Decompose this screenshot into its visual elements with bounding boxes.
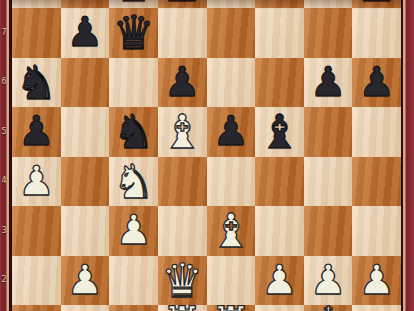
square-e5[interactable]: ♟ (207, 107, 256, 157)
white-king[interactable]: ♚ (304, 305, 353, 311)
black-pawn[interactable]: ♟ (61, 8, 110, 57)
white-pawn[interactable]: ♟ (12, 157, 61, 206)
black-rook[interactable]: ♜ (352, 0, 401, 8)
square-d1[interactable]: ♜ (158, 305, 207, 311)
square-a7[interactable] (12, 8, 61, 58)
white-rook[interactable]: ♜ (207, 305, 256, 311)
board-right-border (401, 0, 414, 311)
square-f2[interactable]: ♟ (255, 256, 304, 306)
square-b6[interactable] (61, 58, 110, 108)
white-queen[interactable]: ♛ (158, 256, 207, 305)
square-d6[interactable]: ♟ (158, 58, 207, 108)
rank-label-6: 6 (0, 77, 8, 87)
square-c8[interactable]: ♚ (109, 0, 158, 8)
chess-board-screenshot: ♚♜♜♟♛♞♟♟♟♟♞♝♟♝♟♞♟♝♟♛♟♟♟♜♜♚ 765432 (0, 0, 414, 311)
black-knight[interactable]: ♞ (109, 107, 158, 156)
rank-label-3: 3 (0, 226, 8, 236)
square-c2[interactable] (109, 256, 158, 306)
square-e1[interactable]: ♜ (207, 305, 256, 311)
white-pawn[interactable]: ♟ (255, 256, 304, 305)
square-h7[interactable] (352, 8, 401, 58)
square-g1[interactable]: ♚ (304, 305, 353, 311)
square-a5[interactable]: ♟ (12, 107, 61, 157)
square-f6[interactable] (255, 58, 304, 108)
square-h8[interactable]: ♜ (352, 0, 401, 8)
square-f1[interactable] (255, 305, 304, 311)
square-f8[interactable] (255, 0, 304, 8)
rank-label-7: 7 (0, 28, 8, 38)
square-b1[interactable] (61, 305, 110, 311)
white-pawn[interactable]: ♟ (109, 206, 158, 255)
black-knight[interactable]: ♞ (12, 58, 61, 107)
square-b4[interactable] (61, 157, 110, 207)
white-pawn[interactable]: ♟ (352, 256, 401, 305)
square-e3[interactable]: ♝ (207, 206, 256, 256)
black-pawn[interactable]: ♟ (207, 107, 256, 156)
square-c7[interactable]: ♛ (109, 8, 158, 58)
square-a8[interactable] (12, 0, 61, 8)
chess-board: ♚♜♜♟♛♞♟♟♟♟♞♝♟♝♟♞♟♝♟♛♟♟♟♜♜♚ (12, 0, 401, 311)
square-b2[interactable]: ♟ (61, 256, 110, 306)
rank-label-5: 5 (0, 127, 8, 137)
square-h6[interactable]: ♟ (352, 58, 401, 108)
square-h2[interactable]: ♟ (352, 256, 401, 306)
square-e4[interactable] (207, 157, 256, 207)
square-h4[interactable] (352, 157, 401, 207)
black-pawn[interactable]: ♟ (352, 58, 401, 107)
square-c4[interactable]: ♞ (109, 157, 158, 207)
white-bishop[interactable]: ♝ (207, 206, 256, 255)
square-c5[interactable]: ♞ (109, 107, 158, 157)
square-b5[interactable] (61, 107, 110, 157)
black-king[interactable]: ♚ (109, 0, 158, 8)
square-g4[interactable] (304, 157, 353, 207)
white-pawn[interactable]: ♟ (61, 256, 110, 305)
square-a4[interactable]: ♟ (12, 157, 61, 207)
square-e6[interactable] (207, 58, 256, 108)
square-g6[interactable]: ♟ (304, 58, 353, 108)
white-pawn[interactable]: ♟ (304, 256, 353, 305)
square-g8[interactable] (304, 0, 353, 8)
black-pawn[interactable]: ♟ (158, 58, 207, 107)
black-queen[interactable]: ♛ (109, 8, 158, 57)
square-f4[interactable] (255, 157, 304, 207)
square-f3[interactable] (255, 206, 304, 256)
square-c1[interactable] (109, 305, 158, 311)
square-b8[interactable] (61, 0, 110, 8)
square-a1[interactable] (12, 305, 61, 311)
square-f7[interactable] (255, 8, 304, 58)
square-d3[interactable] (158, 206, 207, 256)
square-g3[interactable] (304, 206, 353, 256)
square-h5[interactable] (352, 107, 401, 157)
black-pawn[interactable]: ♟ (304, 58, 353, 107)
square-e7[interactable] (207, 8, 256, 58)
black-rook[interactable]: ♜ (158, 0, 207, 8)
square-d5[interactable]: ♝ (158, 107, 207, 157)
square-e2[interactable] (207, 256, 256, 306)
black-bishop[interactable]: ♝ (255, 107, 304, 156)
square-b3[interactable] (61, 206, 110, 256)
square-a6[interactable]: ♞ (12, 58, 61, 108)
board-left-border (0, 0, 12, 311)
square-d8[interactable]: ♜ (158, 0, 207, 8)
square-d4[interactable] (158, 157, 207, 207)
square-g7[interactable] (304, 8, 353, 58)
square-g5[interactable] (304, 107, 353, 157)
square-e8[interactable] (207, 0, 256, 8)
square-a2[interactable] (12, 256, 61, 306)
square-h3[interactable] (352, 206, 401, 256)
square-c3[interactable]: ♟ (109, 206, 158, 256)
white-bishop[interactable]: ♝ (158, 107, 207, 156)
square-h1[interactable] (352, 305, 401, 311)
square-d2[interactable]: ♛ (158, 256, 207, 306)
square-d7[interactable] (158, 8, 207, 58)
rank-label-2: 2 (0, 275, 8, 285)
square-a3[interactable] (12, 206, 61, 256)
square-c6[interactable] (109, 58, 158, 108)
black-pawn[interactable]: ♟ (12, 107, 61, 156)
rank-label-4: 4 (0, 176, 8, 186)
white-rook[interactable]: ♜ (158, 305, 207, 311)
square-g2[interactable]: ♟ (304, 256, 353, 306)
white-knight[interactable]: ♞ (109, 157, 158, 206)
square-f5[interactable]: ♝ (255, 107, 304, 157)
square-b7[interactable]: ♟ (61, 8, 110, 58)
